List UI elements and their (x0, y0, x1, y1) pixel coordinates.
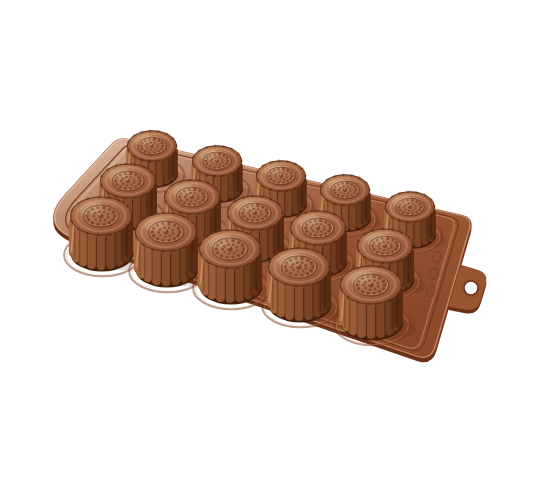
chocolate-mold-photo (0, 0, 533, 488)
emboss-dot (112, 218, 115, 221)
emboss-dot (310, 269, 313, 272)
chocolate-piece (71, 197, 134, 271)
emboss-dot (151, 230, 154, 233)
emboss-dot (383, 283, 386, 286)
chocolate-piece (200, 230, 263, 304)
emboss-inner-dot (104, 218, 107, 221)
emboss-dot (386, 237, 389, 240)
emboss-inner-dot (369, 288, 372, 291)
emboss-dot (416, 211, 419, 214)
emboss-dot (399, 209, 402, 212)
emboss-inner-dot (323, 228, 325, 230)
emboss-dot (205, 160, 208, 163)
emboss-dot (226, 157, 229, 160)
emboss-dot (402, 211, 405, 214)
emboss-dot (371, 244, 374, 247)
emboss-inner-dot (156, 143, 158, 145)
emboss-inner-dot (377, 245, 379, 247)
emboss-dot (277, 181, 280, 184)
emboss-inner-dot (221, 248, 224, 251)
emboss-dot (261, 206, 264, 209)
emboss-dot (153, 138, 156, 141)
emboss-dot (241, 211, 244, 214)
emboss-dot (173, 224, 176, 227)
emboss-inner-dot (210, 160, 212, 162)
emboss-dot (319, 219, 322, 222)
emboss-dot (161, 142, 164, 145)
emboss-inner-dot (219, 163, 221, 165)
emboss-dot (241, 251, 244, 254)
emboss-dot (378, 277, 381, 280)
emboss-dot (139, 179, 142, 182)
emboss-dot (411, 212, 414, 215)
emboss-dot (134, 185, 137, 188)
emboss-inner-dot (349, 187, 351, 189)
emboss-dot (246, 217, 249, 220)
emboss-dot (398, 206, 401, 209)
emboss-center-highlight (150, 144, 152, 146)
emboss-dot (102, 223, 105, 226)
emboss-inner-dot (312, 230, 314, 232)
emboss-inner-dot (168, 227, 171, 230)
emboss-inner-dot (338, 189, 340, 191)
emboss-inner-dot (390, 243, 392, 245)
emboss-dot (354, 186, 357, 189)
emboss-dot (226, 163, 229, 166)
emboss-inner-dot (408, 210, 410, 212)
emboss-dot (419, 209, 422, 212)
chocolate-piece (269, 248, 332, 322)
emboss-inner-dot (260, 213, 262, 215)
emboss-inner-dot (186, 199, 188, 201)
emboss-dot (202, 199, 205, 202)
emboss-dot (351, 194, 354, 197)
emboss-inner-dot (304, 264, 307, 267)
emboss-dot (231, 239, 234, 242)
emboss-dot (304, 226, 307, 229)
emboss-inner-dot (133, 178, 135, 180)
emboss-dot (251, 219, 254, 222)
emboss-dot (198, 190, 201, 193)
emboss-center-highlight (316, 226, 318, 228)
emboss-dot (333, 189, 336, 192)
emboss-inner-dot (403, 206, 405, 208)
emboss-dot (223, 165, 226, 168)
emboss-dot (356, 283, 359, 286)
emboss-inner-dot (150, 149, 152, 151)
emboss-dot (266, 211, 269, 214)
emboss-dot (378, 290, 381, 293)
emboss-dot (265, 208, 268, 211)
emboss-inner-dot (373, 280, 376, 283)
emboss-center-highlight (228, 247, 230, 249)
emboss-inner-dot (157, 231, 160, 234)
emboss-dot (337, 194, 340, 197)
emboss-dot (354, 192, 357, 195)
emboss-dot (140, 145, 143, 148)
emboss-dot (395, 248, 398, 251)
emboss-center-highlight (297, 265, 299, 267)
emboss-inner-dot (223, 251, 226, 254)
emboss-dot (396, 244, 399, 247)
emboss-dot (242, 247, 245, 250)
emboss-inner-dot (130, 176, 132, 178)
emboss-center-highlight (253, 211, 255, 213)
emboss-inner-dot (184, 196, 186, 198)
emboss-dot (144, 150, 147, 153)
emboss-inner-dot (405, 208, 407, 210)
emboss-inner-dot (390, 246, 392, 248)
emboss-inner-dot (147, 147, 149, 149)
emboss-inner-dot (157, 146, 159, 148)
emboss-dot (287, 169, 290, 172)
emboss-inner-dot (133, 181, 135, 183)
emboss-dot (334, 192, 337, 195)
emboss-dot (179, 199, 182, 202)
emboss-inner-dot (194, 199, 196, 201)
emboss-dot (291, 175, 294, 178)
emboss-dot (177, 234, 180, 237)
emboss-dot (209, 165, 212, 168)
chocolate-piece (136, 213, 199, 287)
emboss-inner-dot (310, 227, 312, 229)
emboss-dot (391, 239, 394, 242)
emboss-inner-dot (347, 186, 349, 188)
emboss-inner-dot (285, 173, 287, 175)
emboss-dot (156, 237, 159, 240)
emboss-dot (305, 230, 308, 233)
emboss-dot (178, 230, 181, 233)
emboss-dot (329, 226, 332, 229)
emboss-dot (213, 166, 216, 169)
emboss-inner-dot (323, 225, 325, 227)
emboss-inner-dot (232, 244, 235, 247)
emboss-dot (265, 215, 268, 218)
emboss-dot (138, 176, 141, 179)
emboss-dot (161, 239, 164, 242)
emboss-center-highlight (126, 179, 128, 181)
emboss-dot (406, 212, 409, 215)
emboss-inner-dot (154, 142, 156, 144)
emboss-dot (382, 280, 385, 283)
emboss-dot (273, 180, 276, 183)
emboss-dot (324, 221, 327, 224)
emboss-dot (227, 160, 230, 163)
emboss-dot (256, 219, 259, 222)
emboss-inner-dot (221, 158, 223, 160)
emboss-dot (102, 206, 105, 209)
emboss-inner-dot (197, 194, 199, 196)
emboss-dot (314, 234, 317, 237)
emboss-inner-dot (164, 235, 167, 238)
emboss-dot (203, 195, 206, 198)
emboss-dot (285, 269, 288, 272)
emboss-dot (372, 292, 375, 295)
emboss-dot (220, 254, 223, 257)
emboss-dot (162, 145, 165, 148)
emboss-dot (231, 256, 234, 259)
emboss-inner-dot (412, 209, 414, 211)
emboss-dot (124, 187, 127, 190)
emboss-inner-dot (249, 215, 251, 217)
emboss-center-highlight (408, 205, 410, 207)
emboss-center-highlight (383, 244, 385, 246)
emboss-dot (270, 178, 273, 181)
emboss-dot (237, 241, 240, 244)
emboss-dot (311, 265, 314, 268)
emboss-dot (242, 215, 245, 218)
emboss-inner-dot (260, 210, 262, 212)
emboss-dot (141, 148, 144, 151)
emboss-inner-dot (190, 200, 192, 202)
emboss-inner-dot (387, 248, 389, 250)
emboss-inner-dot (362, 284, 365, 287)
emboss-dot (355, 189, 358, 192)
emboss-dot (310, 262, 313, 265)
emboss-dot (198, 201, 201, 204)
emboss-center-highlight (369, 283, 371, 285)
emboss-center-highlight (190, 195, 192, 197)
emboss-dot (115, 183, 118, 186)
emboss-dot (193, 203, 196, 206)
emboss-inner-dot (340, 191, 342, 193)
emboss-center-highlight (99, 214, 101, 216)
emboss-dot (382, 287, 385, 290)
emboss-inner-dot (222, 161, 224, 163)
emboss-inner-dot (379, 248, 381, 250)
emboss-inner-dot (172, 232, 175, 235)
emboss-inner-dot (292, 269, 295, 272)
emboss-inner-dot (154, 148, 156, 150)
emboss-dot (346, 182, 349, 185)
emboss-dot (237, 254, 240, 257)
emboss-inner-dot (171, 229, 174, 232)
emboss-inner-dot (247, 212, 249, 214)
emboss-inner-dot (377, 285, 380, 288)
emboss-inner-dot (412, 203, 414, 205)
hanging-hole (464, 281, 478, 295)
emboss-dot (129, 172, 132, 175)
emboss-dot (284, 265, 287, 268)
emboss-inner-dot (320, 223, 322, 225)
emboss-dot (351, 183, 354, 186)
emboss-inner-dot (120, 180, 122, 182)
emboss-inner-dot (212, 162, 214, 164)
emboss-dot (178, 195, 181, 198)
emboss-dot (87, 218, 90, 221)
emboss-center-highlight (343, 188, 345, 190)
emboss-dot (395, 241, 398, 244)
emboss-dot (96, 223, 99, 226)
emboss-dot (376, 250, 379, 253)
emboss-dot (113, 214, 116, 217)
emboss-inner-dot (257, 208, 259, 210)
emboss-dot (167, 239, 170, 242)
emboss-inner-dot (257, 215, 259, 217)
emboss-dot (282, 181, 285, 184)
emboss-inner-dot (219, 157, 221, 159)
emboss-inner-dot (92, 215, 95, 218)
emboss-dot (419, 203, 422, 206)
emboss-inner-dot (253, 216, 255, 218)
emboss-dot (357, 287, 360, 290)
chocolate-piece (341, 266, 404, 340)
emboss-dot (282, 168, 285, 171)
emboss-inner-dot (283, 178, 285, 180)
emboss-inner-dot (290, 266, 293, 269)
emboss-inner-dot (103, 211, 106, 214)
emboss-dot (346, 195, 349, 198)
emboss-dot (306, 272, 309, 275)
emboss-dot (223, 154, 226, 157)
emboss-inner-dot (347, 192, 349, 194)
emboss-dot (416, 200, 419, 203)
emboss-center-highlight (164, 230, 166, 232)
emboss-dot (306, 259, 309, 262)
emboss-inner-dot (301, 262, 304, 265)
emboss-inner-dot (99, 219, 102, 222)
emboss-inner-dot (228, 252, 231, 255)
emboss-inner-dot (274, 175, 276, 177)
emboss-inner-dot (276, 177, 278, 179)
emboss-inner-dot (286, 176, 288, 178)
emboss-inner-dot (376, 282, 379, 285)
emboss-dot (411, 199, 414, 202)
emboss-dot (114, 179, 117, 182)
emboss-dot (173, 237, 176, 240)
emboss-inner-dot (279, 179, 281, 181)
emboss-dot (289, 272, 292, 275)
emboss-dot (218, 166, 221, 169)
emboss-inner-dot (106, 213, 109, 216)
emboss-inner-dot (364, 287, 367, 290)
emboss-dot (300, 274, 303, 277)
emboss-dot (256, 204, 259, 207)
emboss-dot (138, 183, 141, 186)
emboss-dot (386, 252, 389, 255)
emboss-inner-dot (305, 267, 308, 270)
emboss-dot (269, 175, 272, 178)
emboss-dot (319, 234, 322, 237)
emboss-dot (167, 222, 170, 225)
product-photo (0, 0, 533, 488)
emboss-dot (328, 223, 331, 226)
emboss-dot (193, 188, 196, 191)
emboss-inner-dot (343, 193, 345, 195)
emboss-inner-dot (415, 207, 417, 209)
emboss-dot (153, 151, 156, 154)
emboss-dot (86, 214, 89, 217)
emboss-dot (202, 192, 205, 195)
emboss-dot (261, 217, 264, 220)
emboss-dot (372, 248, 375, 251)
emboss-dot (108, 208, 111, 211)
emboss-inner-dot (383, 249, 385, 251)
emboss-dot (381, 252, 384, 255)
emboss-inner-dot (374, 287, 377, 290)
emboss-dot (215, 247, 218, 250)
emboss-inner-dot (297, 270, 300, 273)
emboss-dot (112, 211, 115, 214)
emboss-inner-dot (350, 190, 352, 192)
emboss-dot (391, 250, 394, 253)
emboss-dot (290, 178, 293, 181)
emboss-inner-dot (387, 241, 389, 243)
emboss-inner-dot (194, 192, 196, 194)
emboss-inner-dot (236, 249, 239, 252)
emboss-dot (287, 180, 290, 183)
emboss-inner-dot (107, 216, 110, 219)
emboss-dot (152, 234, 155, 237)
emboss-dot (177, 227, 180, 230)
emboss-inner-dot (320, 230, 322, 232)
emboss-inner-dot (316, 231, 318, 233)
emboss-dot (290, 172, 293, 175)
emboss-dot (161, 148, 164, 151)
emboss-dot (300, 257, 303, 260)
emboss-dot (188, 203, 191, 206)
emboss-inner-dot (126, 184, 128, 186)
emboss-dot (158, 150, 161, 153)
emboss-dot (420, 206, 423, 209)
emboss-center-highlight (279, 174, 281, 176)
emboss-inner-dot (233, 251, 236, 254)
emboss-dot (91, 221, 94, 224)
emboss-dot (206, 163, 209, 166)
emboss-dot (216, 251, 219, 254)
emboss-dot (119, 185, 122, 188)
emboss-dot (148, 151, 151, 154)
emboss-dot (366, 292, 369, 295)
emboss-inner-dot (145, 145, 147, 147)
emboss-inner-dot (235, 246, 238, 249)
emboss-dot (309, 232, 312, 235)
emboss-dot (328, 230, 331, 233)
emboss-dot (129, 187, 132, 190)
emboss-center-highlight (215, 159, 217, 161)
emboss-dot (218, 153, 221, 156)
emboss-inner-dot (159, 234, 162, 237)
emboss-inner-dot (122, 183, 124, 185)
emboss-inner-dot (169, 234, 172, 237)
emboss-inner-dot (94, 218, 97, 221)
emboss-dot (241, 244, 244, 247)
emboss-inner-dot (130, 183, 132, 185)
emboss-dot (372, 275, 375, 278)
emboss-inner-dot (215, 164, 217, 166)
emboss-inner-dot (414, 204, 416, 206)
emboss-dot (183, 201, 186, 204)
emboss-inner-dot (197, 197, 199, 199)
emboss-dot (225, 256, 228, 259)
emboss-dot (134, 174, 137, 177)
emboss-dot (361, 290, 364, 293)
emboss-inner-dot (283, 172, 285, 174)
emboss-dot (108, 221, 111, 224)
emboss-dot (294, 274, 297, 277)
emboss-dot (324, 232, 327, 235)
emboss-inner-dot (302, 269, 305, 272)
emboss-dot (341, 195, 344, 198)
emboss-dot (158, 139, 161, 142)
